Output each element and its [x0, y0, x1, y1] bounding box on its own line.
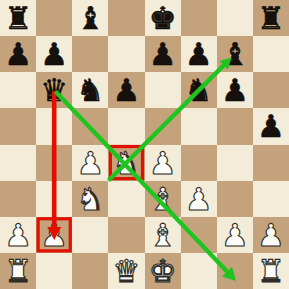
piece-black-pawn-d6[interactable]: ♟	[108, 72, 144, 108]
square-g4[interactable]	[217, 145, 253, 181]
piece-black-bishop-c8[interactable]: ♝	[72, 0, 108, 36]
piece-black-pawn-g6[interactable]: ♟	[217, 72, 253, 108]
square-a8[interactable]: ♜	[0, 0, 36, 36]
piece-black-queen-b6[interactable]: ♛	[36, 72, 72, 108]
square-a3[interactable]	[0, 181, 36, 217]
piece-black-rook-h8[interactable]: ♜	[253, 0, 289, 36]
piece-black-bishop-g7[interactable]: ♝	[217, 36, 253, 72]
square-h1[interactable]: ♜	[253, 253, 289, 289]
piece-white-pawn-e4[interactable]: ♟	[145, 145, 181, 181]
square-f6[interactable]: ♞	[181, 72, 217, 108]
square-b6[interactable]: ♛	[36, 72, 72, 108]
square-e4[interactable]: ♟	[145, 145, 181, 181]
square-h2[interactable]: ♟	[253, 217, 289, 253]
piece-white-pawn-g2[interactable]: ♟	[217, 217, 253, 253]
square-c7[interactable]	[72, 36, 108, 72]
square-d3[interactable]	[108, 181, 144, 217]
square-e6[interactable]	[145, 72, 181, 108]
square-d1[interactable]: ♛	[108, 253, 144, 289]
square-e5[interactable]	[145, 108, 181, 144]
piece-white-bishop-e3[interactable]: ♝	[145, 181, 181, 217]
square-b5[interactable]	[36, 108, 72, 144]
square-g8[interactable]	[217, 0, 253, 36]
square-e8[interactable]: ♚	[145, 0, 181, 36]
piece-black-pawn-a7[interactable]: ♟	[0, 36, 36, 72]
square-h8[interactable]: ♜	[253, 0, 289, 36]
square-a1[interactable]: ♜	[0, 253, 36, 289]
piece-white-knight-c3[interactable]: ♞	[72, 181, 108, 217]
square-a6[interactable]	[0, 72, 36, 108]
square-c8[interactable]: ♝	[72, 0, 108, 36]
square-d6[interactable]: ♟	[108, 72, 144, 108]
piece-black-pawn-b7[interactable]: ♟	[36, 36, 72, 72]
square-g3[interactable]	[217, 181, 253, 217]
square-b3[interactable]	[36, 181, 72, 217]
square-f7[interactable]: ♟	[181, 36, 217, 72]
square-c2[interactable]	[72, 217, 108, 253]
square-e1[interactable]: ♚	[145, 253, 181, 289]
square-b1[interactable]	[36, 253, 72, 289]
chess-board: ♜♝♚♜♟♟♟♟♝♛♞♟♞♟♟♟♞♟♞♝♟♟♟♝♟♟♜♛♚♜	[0, 0, 289, 289]
square-e7[interactable]: ♟	[145, 36, 181, 72]
square-c1[interactable]	[72, 253, 108, 289]
square-g2[interactable]: ♟	[217, 217, 253, 253]
square-g5[interactable]	[217, 108, 253, 144]
square-b8[interactable]	[36, 0, 72, 36]
piece-white-king-e1[interactable]: ♚	[145, 253, 181, 289]
piece-white-pawn-c4[interactable]: ♟	[72, 145, 108, 181]
square-c5[interactable]	[72, 108, 108, 144]
square-g7[interactable]: ♝	[217, 36, 253, 72]
square-f8[interactable]	[181, 0, 217, 36]
square-f3[interactable]: ♟	[181, 181, 217, 217]
piece-black-rook-a8[interactable]: ♜	[0, 0, 36, 36]
square-d8[interactable]	[108, 0, 144, 36]
square-f4[interactable]	[181, 145, 217, 181]
piece-white-pawn-a2[interactable]: ♟	[0, 217, 36, 253]
square-h7[interactable]	[253, 36, 289, 72]
square-d5[interactable]	[108, 108, 144, 144]
piece-black-pawn-h5[interactable]: ♟	[253, 108, 289, 144]
square-g1[interactable]	[217, 253, 253, 289]
square-f2[interactable]	[181, 217, 217, 253]
piece-white-knight-d4[interactable]: ♞	[108, 145, 144, 181]
square-h4[interactable]	[253, 145, 289, 181]
square-a2[interactable]: ♟	[0, 217, 36, 253]
square-e2[interactable]: ♝	[145, 217, 181, 253]
piece-black-pawn-e7[interactable]: ♟	[145, 36, 181, 72]
square-a4[interactable]	[0, 145, 36, 181]
piece-white-bishop-e2[interactable]: ♝	[145, 217, 181, 253]
chess-board-screenshot: ♜♝♚♜♟♟♟♟♝♛♞♟♞♟♟♟♞♟♞♝♟♟♟♝♟♟♜♛♚♜	[0, 0, 289, 289]
piece-white-rook-h1[interactable]: ♜	[253, 253, 289, 289]
square-d2[interactable]	[108, 217, 144, 253]
piece-black-knight-c6[interactable]: ♞	[72, 72, 108, 108]
piece-white-pawn-h2[interactable]: ♟	[253, 217, 289, 253]
piece-black-pawn-f7[interactable]: ♟	[181, 36, 217, 72]
piece-white-pawn-f3[interactable]: ♟	[181, 181, 217, 217]
piece-black-king-e8[interactable]: ♚	[145, 0, 181, 36]
square-f1[interactable]	[181, 253, 217, 289]
square-d7[interactable]	[108, 36, 144, 72]
square-b2[interactable]: ♟	[36, 217, 72, 253]
piece-white-pawn-b2[interactable]: ♟	[36, 217, 72, 253]
square-h3[interactable]	[253, 181, 289, 217]
square-a5[interactable]	[0, 108, 36, 144]
square-h5[interactable]: ♟	[253, 108, 289, 144]
piece-white-queen-d1[interactable]: ♛	[108, 253, 144, 289]
square-c4[interactable]: ♟	[72, 145, 108, 181]
square-b7[interactable]: ♟	[36, 36, 72, 72]
square-h6[interactable]	[253, 72, 289, 108]
square-d4[interactable]: ♞	[108, 145, 144, 181]
piece-white-rook-a1[interactable]: ♜	[0, 253, 36, 289]
piece-black-knight-f6[interactable]: ♞	[181, 72, 217, 108]
square-c3[interactable]: ♞	[72, 181, 108, 217]
square-e3[interactable]: ♝	[145, 181, 181, 217]
square-b4[interactable]	[36, 145, 72, 181]
square-a7[interactable]: ♟	[0, 36, 36, 72]
square-c6[interactable]: ♞	[72, 72, 108, 108]
square-g6[interactable]: ♟	[217, 72, 253, 108]
square-f5[interactable]	[181, 108, 217, 144]
